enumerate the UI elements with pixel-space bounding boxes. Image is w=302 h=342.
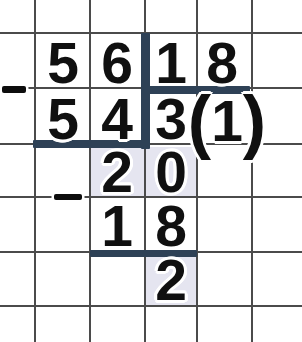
product2-tens: 1 bbox=[101, 198, 133, 255]
dividend-tens: 5 bbox=[47, 35, 79, 92]
quotient-digit-2-parenthesized: (1) bbox=[188, 86, 266, 156]
minus-sign-2 bbox=[54, 194, 82, 200]
close-paren: ) bbox=[243, 86, 266, 156]
grid-line-vertical bbox=[251, 0, 253, 342]
grid-line-horizontal bbox=[0, 32, 302, 34]
open-paren: ( bbox=[188, 86, 211, 156]
minus-sign-1 bbox=[2, 86, 26, 93]
quotient-digit-2: 1 bbox=[211, 93, 243, 150]
grid-line-horizontal bbox=[0, 305, 302, 307]
remainder1-with-brought-down-digit-tens[interactable]: 2 bbox=[101, 144, 133, 201]
remainder1-with-brought-down-digit-ones[interactable]: 0 bbox=[155, 144, 187, 201]
product1-tens: 5 bbox=[47, 91, 79, 148]
divisor-tens: 1 bbox=[155, 35, 187, 92]
final-remainder[interactable]: 2 bbox=[155, 252, 187, 309]
long-division-board: 5618543(1)20182 bbox=[0, 0, 302, 342]
grid-line-vertical bbox=[196, 0, 198, 342]
grid-line-vertical bbox=[34, 0, 36, 342]
grid-line-horizontal bbox=[0, 196, 302, 198]
divisor-ones: 8 bbox=[206, 35, 238, 92]
product2-ones: 8 bbox=[155, 198, 187, 255]
dividend-ones: 6 bbox=[101, 35, 133, 92]
